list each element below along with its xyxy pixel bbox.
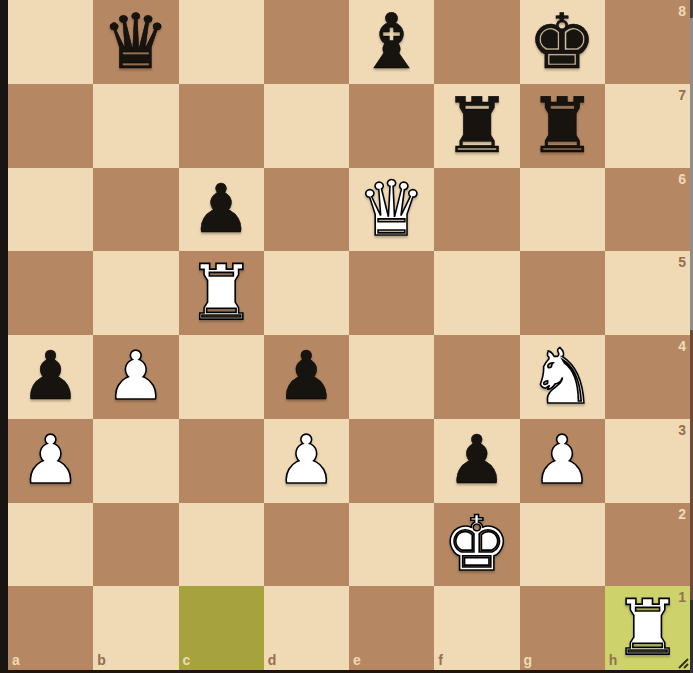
square-h4[interactable]: 4	[605, 335, 690, 419]
square-g7[interactable]: ♜	[520, 84, 605, 168]
square-c2[interactable]	[179, 503, 264, 587]
rank-label-7: 7	[678, 88, 686, 102]
chess-app-window: ♛♝♚8♜♜7♟♛6♜5♟♟♟♞4♟♟♟♟3♚2abcdefg1h♜	[0, 0, 693, 673]
square-e7[interactable]	[349, 84, 434, 168]
file-label-d: d	[268, 653, 277, 667]
square-f4[interactable]	[434, 335, 519, 419]
square-a1[interactable]: a	[8, 586, 93, 670]
white-knight-g4[interactable]: ♞	[520, 335, 605, 419]
square-h8[interactable]: 8	[605, 0, 690, 84]
rank-label-2: 2	[678, 507, 686, 521]
file-label-a: a	[12, 653, 20, 667]
white-pawn-d3[interactable]: ♟	[264, 419, 349, 503]
square-h6[interactable]: 6	[605, 168, 690, 252]
square-e5[interactable]	[349, 251, 434, 335]
square-g3[interactable]: ♟	[520, 419, 605, 503]
black-king-g8[interactable]: ♚	[520, 0, 605, 84]
black-rook-f7[interactable]: ♜	[434, 84, 519, 168]
square-f1[interactable]: f	[434, 586, 519, 670]
rank-label-6: 6	[678, 172, 686, 186]
square-b7[interactable]	[93, 84, 178, 168]
file-label-c: c	[183, 653, 191, 667]
rank-label-3: 3	[678, 423, 686, 437]
square-b1[interactable]: b	[93, 586, 178, 670]
square-e2[interactable]	[349, 503, 434, 587]
white-queen-e6[interactable]: ♛	[349, 168, 434, 252]
square-f2[interactable]: ♚	[434, 503, 519, 587]
black-pawn-c6[interactable]: ♟	[179, 168, 264, 252]
rank-label-5: 5	[678, 255, 686, 269]
square-f3[interactable]: ♟	[434, 419, 519, 503]
black-queen-b8[interactable]: ♛	[93, 0, 178, 84]
file-label-f: f	[438, 653, 443, 667]
square-c6[interactable]: ♟	[179, 168, 264, 252]
square-b8[interactable]: ♛	[93, 0, 178, 84]
white-pawn-b4[interactable]: ♟	[93, 335, 178, 419]
square-h3[interactable]: 3	[605, 419, 690, 503]
square-d1[interactable]: d	[264, 586, 349, 670]
square-g2[interactable]	[520, 503, 605, 587]
square-g1[interactable]: g	[520, 586, 605, 670]
square-d2[interactable]	[264, 503, 349, 587]
square-e8[interactable]: ♝	[349, 0, 434, 84]
white-king-f2[interactable]: ♚	[434, 503, 519, 587]
white-rook-c5[interactable]: ♜	[179, 251, 264, 335]
square-g4[interactable]: ♞	[520, 335, 605, 419]
square-g6[interactable]	[520, 168, 605, 252]
square-b6[interactable]	[93, 168, 178, 252]
file-label-g: g	[524, 653, 533, 667]
square-d4[interactable]: ♟	[264, 335, 349, 419]
square-a6[interactable]	[8, 168, 93, 252]
black-pawn-d4[interactable]: ♟	[264, 335, 349, 419]
square-e3[interactable]	[349, 419, 434, 503]
square-b4[interactable]: ♟	[93, 335, 178, 419]
square-e1[interactable]: e	[349, 586, 434, 670]
square-c5[interactable]: ♜	[179, 251, 264, 335]
square-b5[interactable]	[93, 251, 178, 335]
square-b3[interactable]	[93, 419, 178, 503]
square-a2[interactable]	[8, 503, 93, 587]
rank-label-8: 8	[678, 4, 686, 18]
square-g8[interactable]: ♚	[520, 0, 605, 84]
board-resize-handle-icon[interactable]	[673, 653, 689, 669]
chess-board: ♛♝♚8♜♜7♟♛6♜5♟♟♟♞4♟♟♟♟3♚2abcdefg1h♜	[8, 0, 690, 670]
square-d5[interactable]	[264, 251, 349, 335]
square-b2[interactable]	[93, 503, 178, 587]
rank-label-4: 4	[678, 339, 686, 353]
square-h2[interactable]: 2	[605, 503, 690, 587]
square-a4[interactable]: ♟	[8, 335, 93, 419]
black-bishop-e8[interactable]: ♝	[349, 0, 434, 84]
square-f8[interactable]	[434, 0, 519, 84]
file-label-b: b	[97, 653, 106, 667]
square-a5[interactable]	[8, 251, 93, 335]
white-pawn-g3[interactable]: ♟	[520, 419, 605, 503]
square-d8[interactable]	[264, 0, 349, 84]
black-rook-g7[interactable]: ♜	[520, 84, 605, 168]
square-d3[interactable]: ♟	[264, 419, 349, 503]
square-f5[interactable]	[434, 251, 519, 335]
square-e6[interactable]: ♛	[349, 168, 434, 252]
black-pawn-f3[interactable]: ♟	[434, 419, 519, 503]
square-d7[interactable]	[264, 84, 349, 168]
square-d6[interactable]	[264, 168, 349, 252]
square-c3[interactable]	[179, 419, 264, 503]
square-a3[interactable]: ♟	[8, 419, 93, 503]
square-a7[interactable]	[8, 84, 93, 168]
square-e4[interactable]	[349, 335, 434, 419]
square-h1[interactable]: 1h♜	[605, 586, 690, 670]
square-h5[interactable]: 5	[605, 251, 690, 335]
square-c1[interactable]: c	[179, 586, 264, 670]
square-f6[interactable]	[434, 168, 519, 252]
square-c8[interactable]	[179, 0, 264, 84]
square-c7[interactable]	[179, 84, 264, 168]
square-c4[interactable]	[179, 335, 264, 419]
white-pawn-a3[interactable]: ♟	[8, 419, 93, 503]
square-a8[interactable]	[8, 0, 93, 84]
square-g5[interactable]	[520, 251, 605, 335]
square-h7[interactable]: 7	[605, 84, 690, 168]
black-pawn-a4[interactable]: ♟	[8, 335, 93, 419]
file-label-e: e	[353, 653, 361, 667]
square-f7[interactable]: ♜	[434, 84, 519, 168]
page-background-edge	[0, 0, 8, 673]
